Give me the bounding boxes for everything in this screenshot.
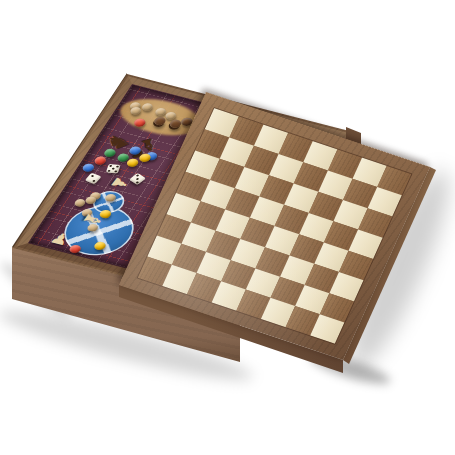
red-counter xyxy=(93,156,108,166)
tan-counter xyxy=(140,102,154,111)
die-pip xyxy=(114,170,117,172)
die-pip xyxy=(108,170,111,172)
die-pip xyxy=(92,180,96,182)
die-pip xyxy=(115,166,118,168)
die-pip xyxy=(136,181,140,184)
product-photo-scene: ♞♝♟♟♝♟ xyxy=(0,0,455,455)
blue-counter xyxy=(81,163,96,173)
die-pip xyxy=(91,175,95,177)
light-pawn-standing: ♟ xyxy=(47,230,73,248)
tan-counter xyxy=(84,196,98,205)
red-counter xyxy=(132,118,147,128)
light-pawn-lying: ♟ xyxy=(107,175,132,192)
die-pip xyxy=(136,178,140,181)
tan-counter xyxy=(104,193,118,202)
yellow-counter xyxy=(92,241,107,251)
die-pip xyxy=(136,175,140,178)
die-showing-5 xyxy=(106,164,121,174)
red-counter xyxy=(68,244,83,254)
die-showing-2 xyxy=(85,173,102,185)
